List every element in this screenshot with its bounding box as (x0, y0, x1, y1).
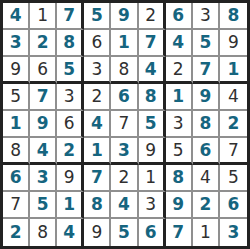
cell-r6c7[interactable]: 5 (166, 138, 193, 165)
cell-r5c6[interactable]: 5 (139, 111, 166, 138)
cell-r7c1[interactable]: 6 (3, 165, 30, 192)
cell-r8c7[interactable]: 9 (166, 192, 193, 219)
cell-r3c1[interactable]: 9 (3, 57, 30, 84)
cell-r6c3[interactable]: 2 (57, 138, 84, 165)
cell-r4c4[interactable]: 2 (84, 84, 111, 111)
cell-r3c9[interactable]: 1 (220, 57, 247, 84)
cell-r3c8[interactable]: 7 (193, 57, 220, 84)
cell-r5c2[interactable]: 9 (30, 111, 57, 138)
cell-r3c5[interactable]: 8 (111, 57, 138, 84)
cell-r5c9[interactable]: 2 (220, 111, 247, 138)
cell-r2c3[interactable]: 8 (57, 30, 84, 57)
cell-r9c6[interactable]: 6 (139, 219, 166, 246)
cell-r4c1[interactable]: 5 (3, 84, 30, 111)
cell-r6c8[interactable]: 6 (193, 138, 220, 165)
cell-r2c1[interactable]: 3 (3, 30, 30, 57)
cell-r9c3[interactable]: 4 (57, 219, 84, 246)
cell-r7c8[interactable]: 4 (193, 165, 220, 192)
cell-r6c2[interactable]: 4 (30, 138, 57, 165)
cell-r3c3[interactable]: 5 (57, 57, 84, 84)
cell-r5c8[interactable]: 8 (193, 111, 220, 138)
cell-r2c4[interactable]: 6 (84, 30, 111, 57)
cell-r8c4[interactable]: 8 (84, 192, 111, 219)
cell-r8c8[interactable]: 2 (193, 192, 220, 219)
cell-r8c9[interactable]: 6 (220, 192, 247, 219)
cell-r8c1[interactable]: 7 (3, 192, 30, 219)
cell-r9c9[interactable]: 3 (220, 219, 247, 246)
cell-r4c8[interactable]: 9 (193, 84, 220, 111)
cell-r2c8[interactable]: 5 (193, 30, 220, 57)
cell-r1c1[interactable]: 4 (3, 3, 30, 30)
cell-r5c5[interactable]: 7 (111, 111, 138, 138)
cell-r1c8[interactable]: 3 (193, 3, 220, 30)
cell-r5c1[interactable]: 1 (3, 111, 30, 138)
cell-r3c2[interactable]: 6 (30, 57, 57, 84)
cell-r9c8[interactable]: 1 (193, 219, 220, 246)
cell-r3c7[interactable]: 2 (166, 57, 193, 84)
cell-r6c4[interactable]: 1 (84, 138, 111, 165)
cell-r6c6[interactable]: 9 (139, 138, 166, 165)
cell-r5c7[interactable]: 3 (166, 111, 193, 138)
cell-r7c2[interactable]: 3 (30, 165, 57, 192)
cell-r1c5[interactable]: 9 (111, 3, 138, 30)
cell-r2c2[interactable]: 2 (30, 30, 57, 57)
cell-r7c3[interactable]: 9 (57, 165, 84, 192)
cell-r1c7[interactable]: 6 (166, 3, 193, 30)
cell-r2c9[interactable]: 9 (220, 30, 247, 57)
cell-r7c6[interactable]: 1 (139, 165, 166, 192)
cell-r3c6[interactable]: 4 (139, 57, 166, 84)
cell-r4c2[interactable]: 7 (30, 84, 57, 111)
cell-r9c7[interactable]: 7 (166, 219, 193, 246)
cell-r9c5[interactable]: 5 (111, 219, 138, 246)
cell-r7c5[interactable]: 2 (111, 165, 138, 192)
cell-r4c5[interactable]: 6 (111, 84, 138, 111)
cell-r5c3[interactable]: 6 (57, 111, 84, 138)
cell-r9c2[interactable]: 8 (30, 219, 57, 246)
cell-r1c3[interactable]: 7 (57, 3, 84, 30)
sudoku-board: 4175926383286174599653842715732681941964… (0, 0, 250, 249)
cell-r7c7[interactable]: 8 (166, 165, 193, 192)
cell-r5c4[interactable]: 4 (84, 111, 111, 138)
cell-r6c5[interactable]: 3 (111, 138, 138, 165)
cell-r1c9[interactable]: 8 (220, 3, 247, 30)
cell-r3c4[interactable]: 3 (84, 57, 111, 84)
cell-r6c9[interactable]: 7 (220, 138, 247, 165)
cell-r9c4[interactable]: 9 (84, 219, 111, 246)
cell-r8c2[interactable]: 5 (30, 192, 57, 219)
cell-r8c3[interactable]: 1 (57, 192, 84, 219)
cell-r9c1[interactable]: 2 (3, 219, 30, 246)
cell-r4c6[interactable]: 8 (139, 84, 166, 111)
cell-r8c5[interactable]: 4 (111, 192, 138, 219)
cell-r2c7[interactable]: 4 (166, 30, 193, 57)
cell-r2c6[interactable]: 7 (139, 30, 166, 57)
cell-r7c4[interactable]: 7 (84, 165, 111, 192)
cell-r2c5[interactable]: 1 (111, 30, 138, 57)
cell-r1c4[interactable]: 5 (84, 3, 111, 30)
cell-r1c6[interactable]: 2 (139, 3, 166, 30)
cell-r6c1[interactable]: 8 (3, 138, 30, 165)
cell-r4c7[interactable]: 1 (166, 84, 193, 111)
cell-r4c9[interactable]: 4 (220, 84, 247, 111)
cell-r1c2[interactable]: 1 (30, 3, 57, 30)
cell-r7c9[interactable]: 5 (220, 165, 247, 192)
cell-r8c6[interactable]: 3 (139, 192, 166, 219)
cell-r4c3[interactable]: 3 (57, 84, 84, 111)
